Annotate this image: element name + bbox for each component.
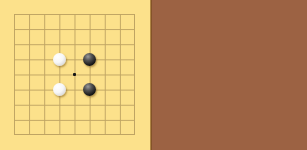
white-stone[interactable] [53, 83, 66, 96]
board-intersection[interactable] [22, 52, 37, 67]
board-intersection[interactable] [112, 127, 127, 142]
board-intersection[interactable] [97, 37, 112, 52]
board-intersection[interactable] [52, 127, 67, 142]
board-intersection[interactable] [112, 37, 127, 52]
board-intersection[interactable] [37, 52, 52, 67]
board-intersection[interactable] [67, 82, 82, 97]
board-intersection[interactable] [82, 22, 97, 37]
board-intersection[interactable] [67, 52, 82, 67]
board-intersection[interactable] [67, 22, 82, 37]
board-intersection[interactable] [82, 6, 97, 21]
board-intersection[interactable] [112, 22, 127, 37]
board-intersection[interactable] [37, 37, 52, 52]
board-intersection[interactable] [112, 97, 127, 112]
board-intersection[interactable] [67, 67, 82, 82]
board-intersection[interactable] [127, 82, 142, 97]
board-intersection[interactable] [6, 82, 21, 97]
black-stone[interactable] [83, 53, 96, 66]
board-intersection[interactable] [22, 6, 37, 21]
board-intersection[interactable] [97, 97, 112, 112]
board-intersection[interactable] [67, 97, 82, 112]
board-intersection[interactable] [22, 97, 37, 112]
board-intersection[interactable] [52, 6, 67, 21]
board-intersection[interactable] [52, 67, 67, 82]
board-intersection[interactable] [37, 112, 52, 127]
board-intersection[interactable] [127, 37, 142, 52]
go-board [6, 6, 142, 142]
board-intersection[interactable] [82, 37, 97, 52]
board-intersection[interactable] [22, 22, 37, 37]
board-intersection[interactable] [82, 52, 97, 67]
board-intersection[interactable] [37, 82, 52, 97]
board-intersection[interactable] [127, 97, 142, 112]
board-intersection[interactable] [6, 127, 21, 142]
board-intersection[interactable] [37, 127, 52, 142]
board-intersection[interactable] [112, 112, 127, 127]
board-intersection[interactable] [127, 112, 142, 127]
board-intersection[interactable] [52, 82, 67, 97]
board-intersection[interactable] [67, 37, 82, 52]
black-stone[interactable] [83, 83, 96, 96]
board-intersection[interactable] [22, 82, 37, 97]
board-intersection[interactable] [6, 22, 21, 37]
board-intersection[interactable] [97, 82, 112, 97]
board-intersection[interactable] [97, 112, 112, 127]
board-intersection[interactable] [112, 82, 127, 97]
board-intersection[interactable] [52, 22, 67, 37]
app-window [0, 0, 307, 150]
board-intersection[interactable] [127, 67, 142, 82]
board-intersection[interactable] [6, 6, 21, 21]
board-intersection[interactable] [82, 67, 97, 82]
board-intersection[interactable] [6, 67, 21, 82]
board-intersection[interactable] [127, 127, 142, 142]
board-intersection[interactable] [82, 97, 97, 112]
board-intersection[interactable] [22, 37, 37, 52]
board-intersection[interactable] [6, 112, 21, 127]
board-intersection[interactable] [6, 52, 21, 67]
board-intersection[interactable] [127, 6, 142, 21]
board-intersection[interactable] [6, 97, 21, 112]
board-intersection[interactable] [22, 112, 37, 127]
board-intersection[interactable] [67, 6, 82, 21]
board-intersection[interactable] [97, 52, 112, 67]
board-intersection[interactable] [67, 127, 82, 142]
board-intersection[interactable] [127, 52, 142, 67]
board-intersection[interactable] [22, 127, 37, 142]
board-intersection[interactable] [97, 6, 112, 21]
board-intersection[interactable] [37, 22, 52, 37]
board-intersection[interactable] [52, 52, 67, 67]
board-intersection[interactable] [112, 6, 127, 21]
white-stone[interactable] [53, 53, 66, 66]
board-intersection[interactable] [52, 112, 67, 127]
board-intersection[interactable] [82, 127, 97, 142]
board-intersection[interactable] [37, 97, 52, 112]
board-intersection[interactable] [22, 67, 37, 82]
board-intersection[interactable] [112, 52, 127, 67]
go-board-panel [0, 0, 150, 150]
board-intersection[interactable] [97, 22, 112, 37]
star-point [73, 73, 76, 76]
board-intersection[interactable] [97, 127, 112, 142]
board-intersection[interactable] [67, 112, 82, 127]
right-panel [152, 0, 307, 150]
board-intersection[interactable] [127, 22, 142, 37]
board-intersection[interactable] [112, 67, 127, 82]
board-intersection[interactable] [97, 67, 112, 82]
board-intersection[interactable] [52, 97, 67, 112]
board-intersection[interactable] [6, 37, 21, 52]
board-intersection[interactable] [37, 6, 52, 21]
board-intersection[interactable] [37, 67, 52, 82]
board-intersection[interactable] [52, 37, 67, 52]
board-intersection[interactable] [82, 82, 97, 97]
board-intersection[interactable] [82, 112, 97, 127]
